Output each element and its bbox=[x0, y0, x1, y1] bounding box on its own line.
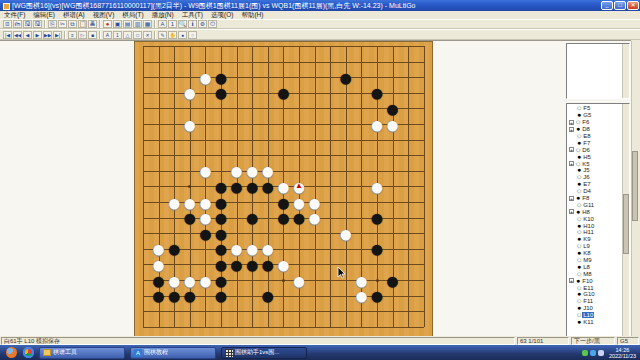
zoom-icon[interactable]: 🔍 bbox=[178, 20, 187, 28]
white-stone-D16[interactable]: ● bbox=[182, 85, 198, 101]
move-label: H10 bbox=[582, 223, 595, 229]
navigation-toolbar: |◀◀◀◀▶▶▶▶|≡▷■A1△□✕✎✋●○ bbox=[0, 29, 640, 40]
menu-item-5[interactable]: 播放(N) bbox=[152, 11, 174, 19]
board-cascade-icon[interactable]: ▤ bbox=[123, 20, 132, 28]
move-label: E7 bbox=[582, 181, 591, 187]
white-stone-icon: ● bbox=[576, 147, 580, 153]
move-tree-item-G10[interactable]: ●G10 bbox=[567, 291, 623, 298]
black-stone-Q16[interactable]: ● bbox=[369, 85, 385, 101]
taskbar-button-0[interactable]: 棋谱工具 bbox=[39, 347, 125, 359]
status-next-player: 下一步/黑 bbox=[571, 337, 615, 345]
board-tile-icon[interactable]: ▥ bbox=[133, 20, 142, 28]
move-tree-item-F11[interactable]: ●F11 bbox=[567, 298, 623, 305]
tree-expander-icon[interactable]: + bbox=[569, 278, 574, 283]
toolbar-separator bbox=[154, 31, 156, 39]
move-label: J5 bbox=[582, 167, 590, 173]
window-scrollbar[interactable] bbox=[631, 41, 639, 337]
stop-icon[interactable]: ■ bbox=[88, 31, 97, 39]
move-label: L8 bbox=[582, 264, 591, 270]
white-stone-E11[interactable]: ● bbox=[197, 163, 213, 179]
tray-network-icon[interactable] bbox=[598, 350, 604, 356]
clock-date: 2022/11/23 bbox=[609, 353, 636, 359]
menu-item-4[interactable]: 棋局(T) bbox=[122, 11, 143, 19]
taskbar-button-label: 围棋助手1vs围... bbox=[235, 348, 279, 357]
grid-line-vertical bbox=[408, 46, 409, 327]
first-move-icon[interactable]: |◀ bbox=[3, 31, 12, 39]
black-stone-D8[interactable]: ● bbox=[182, 210, 198, 226]
black-stone-F16[interactable]: ● bbox=[213, 85, 229, 101]
toolbar-separator bbox=[99, 31, 101, 39]
tray-blue-status-icon[interactable] bbox=[590, 350, 596, 356]
black-stone-icon: ● bbox=[576, 209, 580, 215]
move-label: H8 bbox=[581, 209, 591, 215]
client-area: ●●●●●●●●●●●●●●●●●●●●●▲●●●●●●●●●●●●●●●●●●… bbox=[0, 40, 631, 336]
play-icon[interactable]: ▷ bbox=[78, 31, 87, 39]
back-1-icon[interactable]: ◀ bbox=[23, 31, 32, 39]
move-label: G10 bbox=[582, 291, 595, 297]
main-toolbar: 🗎🗁🖫🖫⎘✂⧉📋🖶●▣▤▥▦A1🔍ℹ⚙⏻ bbox=[0, 19, 640, 29]
move-tree-item-E8[interactable]: ●E8 bbox=[567, 133, 623, 140]
mark-letter-a-icon[interactable]: A bbox=[103, 31, 112, 39]
board-full-icon[interactable]: ▦ bbox=[143, 20, 152, 28]
move-tree-item-K11[interactable]: ●K11 bbox=[567, 319, 623, 326]
last-move-icon[interactable]: ▶| bbox=[53, 31, 62, 39]
black-stone-H10[interactable]: ● bbox=[244, 179, 260, 195]
grid-line-horizontal bbox=[143, 233, 424, 234]
menu-item-1[interactable]: 编辑(E) bbox=[33, 11, 55, 19]
white-stone-tool-icon[interactable]: ○ bbox=[188, 31, 197, 39]
tree-expander-icon[interactable]: + bbox=[569, 196, 574, 201]
status-bar: 白61手 L10 模拟保存 63 1/101 下一步/黑 G5 bbox=[0, 336, 640, 345]
window-controls: _ □ ✕ bbox=[601, 1, 639, 10]
move-label: D4 bbox=[582, 188, 592, 194]
toolbar-separator bbox=[99, 20, 101, 28]
window-scrollbar-thumb[interactable] bbox=[632, 151, 638, 221]
black-stone-C3[interactable]: ● bbox=[166, 288, 182, 304]
move-label: M8 bbox=[582, 271, 592, 277]
move-label: K9 bbox=[582, 236, 591, 242]
mark-number-1-icon[interactable]: 1 bbox=[113, 31, 122, 39]
move-tree-item-L10[interactable]: ●L10 bbox=[567, 312, 623, 319]
move-tree-item-J6[interactable]: ●J6 bbox=[567, 174, 623, 181]
exit-icon[interactable]: ⏻ bbox=[208, 20, 217, 28]
move-label: K5 bbox=[581, 161, 590, 167]
black-stone-Q6[interactable]: ● bbox=[369, 241, 385, 257]
black-stone-B3[interactable]: ● bbox=[151, 288, 167, 304]
black-stone-D3[interactable]: ● bbox=[182, 288, 198, 304]
move-tree-item-D8[interactable]: +●D8 bbox=[567, 126, 623, 133]
setup-icon[interactable]: ⚙ bbox=[198, 20, 207, 28]
move-label: L9 bbox=[582, 243, 591, 249]
maximize-button[interactable]: □ bbox=[614, 1, 626, 10]
menu-item-7[interactable]: 选项(O) bbox=[211, 11, 233, 19]
move-label: F7 bbox=[582, 140, 591, 146]
black-stone-F3[interactable]: ● bbox=[213, 288, 229, 304]
move-label: F8 bbox=[581, 195, 590, 201]
black-stone-K16[interactable]: ● bbox=[275, 85, 291, 101]
go-board[interactable]: ●●●●●●●●●●●●●●●●●●●●●▲●●●●●●●●●●●●●●●●●●… bbox=[134, 41, 433, 342]
black-stone-E7[interactable]: ● bbox=[197, 226, 213, 242]
title-bar: [WG围棋16](vs)[WG围棋1687716110000117](黑2目半)… bbox=[0, 0, 640, 11]
open-file-icon[interactable]: 🗁 bbox=[13, 20, 22, 28]
star-point bbox=[188, 185, 191, 188]
black-stone-C6[interactable]: ● bbox=[166, 241, 182, 257]
back-10-icon[interactable]: ◀◀ bbox=[13, 31, 22, 39]
mark-number-icon[interactable]: 1 bbox=[168, 20, 177, 28]
toolbar-separator bbox=[64, 31, 66, 39]
grid-line-horizontal bbox=[143, 311, 424, 312]
close-button[interactable]: ✕ bbox=[627, 1, 639, 10]
move-tree-item-H10[interactable]: ●H10 bbox=[567, 222, 623, 229]
forward-10-icon[interactable]: ▶▶ bbox=[43, 31, 52, 39]
go-board-icon bbox=[225, 349, 233, 357]
black-stone-Q3[interactable]: ● bbox=[369, 288, 385, 304]
firefox-icon[interactable] bbox=[6, 347, 17, 358]
move-label: D8 bbox=[581, 126, 591, 132]
move-label: H5 bbox=[582, 154, 592, 160]
white-stone-icon: ● bbox=[577, 216, 581, 222]
minimize-button[interactable]: _ bbox=[601, 1, 613, 10]
board-new-window-icon[interactable]: ▣ bbox=[113, 20, 122, 28]
mouse-cursor bbox=[337, 266, 346, 279]
tree-scrollbar-vertical[interactable] bbox=[622, 104, 629, 360]
move-tree-item-F5[interactable]: ●F5 bbox=[567, 105, 623, 112]
white-stone-C9[interactable]: ● bbox=[166, 195, 182, 211]
white-stone-Q14[interactable]: ● bbox=[369, 117, 385, 133]
white-stone-R14[interactable]: ● bbox=[385, 117, 401, 133]
grid-line-vertical bbox=[315, 46, 316, 327]
move-tree-pane[interactable]: ●F5●G5+●F6+●D8●E8●F7+●D6●H5+●K5●J5●J6●E7… bbox=[566, 103, 630, 360]
black-stone-icon: ● bbox=[577, 154, 581, 160]
black-stone-R4[interactable]: ● bbox=[385, 273, 401, 289]
black-stone-K8[interactable]: ● bbox=[275, 210, 291, 226]
tree-expander-icon[interactable]: + bbox=[569, 209, 574, 214]
black-stone-icon: ● bbox=[577, 140, 581, 146]
move-label: L10 bbox=[582, 312, 594, 318]
taskbar-clock[interactable]: 14:26 2022/11/23 bbox=[609, 347, 636, 359]
new-file-icon[interactable]: 🗎 bbox=[3, 20, 12, 28]
black-stone-G5[interactable]: ● bbox=[229, 257, 245, 273]
move-label: K11 bbox=[582, 319, 594, 325]
move-label: K10 bbox=[582, 216, 595, 222]
tree-expander-icon[interactable]: + bbox=[569, 120, 574, 125]
save-as-icon[interactable]: 🖫 bbox=[33, 20, 42, 28]
grid-line-vertical bbox=[330, 46, 331, 327]
white-stone-icon: ● bbox=[577, 271, 581, 277]
move-label: E8 bbox=[582, 133, 591, 139]
app-icon bbox=[3, 3, 10, 10]
tray-green-status-icon[interactable] bbox=[582, 350, 588, 356]
move-tree-item-D6[interactable]: +●D6 bbox=[567, 146, 623, 153]
white-stone-D14[interactable]: ● bbox=[182, 117, 198, 133]
game-info-pane[interactable] bbox=[566, 43, 630, 99]
move-tree-item-L9[interactable]: ●L9 bbox=[567, 243, 623, 250]
move-label: F6 bbox=[581, 119, 590, 125]
export-icon[interactable]: ⎘ bbox=[48, 20, 57, 28]
move-tree-item-L8[interactable]: ●L8 bbox=[567, 263, 623, 270]
pass-icon[interactable]: ≡ bbox=[68, 31, 77, 39]
taskbar-button-1[interactable]: A围棋教程 bbox=[130, 347, 216, 359]
grid-line-horizontal bbox=[143, 327, 424, 328]
black-stone-J5[interactable]: ● bbox=[260, 257, 276, 273]
move-tree-item-M9[interactable]: ●M9 bbox=[567, 257, 623, 264]
white-stone-Q10[interactable]: ● bbox=[369, 179, 385, 195]
black-stone-L8[interactable]: ● bbox=[291, 210, 307, 226]
move-label: J6 bbox=[582, 174, 590, 180]
hand-tool-icon[interactable]: ✋ bbox=[168, 31, 177, 39]
move-label: K8 bbox=[582, 250, 591, 256]
toolbar-separator bbox=[44, 20, 46, 28]
mark-square-icon[interactable]: □ bbox=[133, 31, 142, 39]
white-stone-K5[interactable]: ● bbox=[275, 257, 291, 273]
black-stone-H8[interactable]: ● bbox=[244, 210, 260, 226]
mark-cross-icon[interactable]: ✕ bbox=[143, 31, 152, 39]
window-title: [WG围棋16](vs)[WG围棋1687716110000117](黑2目半)… bbox=[12, 2, 416, 9]
tree-scrollbar-thumb[interactable] bbox=[623, 194, 629, 254]
move-tree-item-K9[interactable]: ●K9 bbox=[567, 236, 623, 243]
menu-item-2[interactable]: 棋谱(A) bbox=[63, 11, 85, 19]
cut-icon[interactable]: ✂ bbox=[58, 20, 67, 28]
menu-bar: 文件(F)编辑(E)棋谱(A)视图(V)棋局(T)播放(N)工具(T)选项(O)… bbox=[0, 11, 640, 19]
move-label: M9 bbox=[582, 257, 592, 263]
menu-item-3[interactable]: 视图(V) bbox=[93, 11, 115, 19]
taskbar-button-2[interactable]: 围棋助手1vs围... bbox=[221, 347, 307, 359]
move-label: J10 bbox=[582, 305, 594, 311]
move-tree-item-E11[interactable]: ●E11 bbox=[567, 284, 623, 291]
tree-expander-icon[interactable]: + bbox=[569, 161, 574, 166]
move-tree-item-H11[interactable]: ●H11 bbox=[567, 229, 623, 236]
black-stone-icon: ● bbox=[577, 319, 581, 325]
black-stone-J10[interactable]: ● bbox=[260, 179, 276, 195]
print-icon[interactable]: 🖶 bbox=[88, 20, 97, 28]
black-stone-Q8[interactable]: ● bbox=[369, 210, 385, 226]
status-move-count: 63 1/101 bbox=[517, 337, 569, 345]
white-stone-L4[interactable]: ● bbox=[291, 273, 307, 289]
tree-expander-icon[interactable]: + bbox=[569, 127, 574, 132]
move-label: F10 bbox=[581, 278, 593, 284]
save-file-icon[interactable]: 🖫 bbox=[23, 20, 32, 28]
black-stone-O17[interactable]: ● bbox=[338, 70, 354, 86]
black-stone-G10[interactable]: ● bbox=[229, 179, 245, 195]
menu-item-0[interactable]: 文件(F) bbox=[4, 11, 25, 19]
taskbar-button-label: 棋谱工具 bbox=[53, 348, 77, 357]
move-label: F5 bbox=[582, 105, 591, 111]
move-tree-item-H8[interactable]: +●H8 bbox=[567, 208, 623, 215]
red-ball-icon[interactable]: ● bbox=[103, 20, 112, 28]
black-stone-J3[interactable]: ● bbox=[260, 288, 276, 304]
edit-pencil-icon[interactable]: ✎ bbox=[158, 31, 167, 39]
move-label: G5 bbox=[582, 112, 592, 118]
white-stone-O7[interactable]: ● bbox=[338, 226, 354, 242]
copy-icon[interactable]: ⧉ bbox=[68, 20, 77, 28]
menu-item-8[interactable]: 帮助(H) bbox=[241, 11, 263, 19]
move-tree-item-K5[interactable]: +●K5 bbox=[567, 160, 623, 167]
move-tree-item-F10[interactable]: +●F10 bbox=[567, 277, 623, 284]
mark-letter-icon[interactable]: A bbox=[158, 20, 167, 28]
system-tray: 14:26 2022/11/23 bbox=[582, 347, 640, 359]
white-stone-E4[interactable]: ● bbox=[197, 273, 213, 289]
chrome-icon[interactable] bbox=[23, 347, 34, 358]
move-tree-item-K10[interactable]: ●K10 bbox=[567, 215, 623, 222]
move-tree-item-J10[interactable]: ●J10 bbox=[567, 305, 623, 312]
mark-triangle-icon[interactable]: △ bbox=[123, 31, 132, 39]
game-info-icon[interactable]: ℹ bbox=[188, 20, 197, 28]
move-label: E11 bbox=[582, 285, 594, 291]
black-stone-H5[interactable]: ● bbox=[244, 257, 260, 273]
tree-expander-icon[interactable]: + bbox=[569, 147, 574, 152]
black-stone-tool-icon[interactable]: ● bbox=[178, 31, 187, 39]
move-tree-item-E7[interactable]: ●E7 bbox=[567, 181, 623, 188]
move-tree-item-K8[interactable]: ●K8 bbox=[567, 250, 623, 257]
white-stone-P3[interactable]: ● bbox=[353, 288, 369, 304]
menu-item-6[interactable]: 工具(T) bbox=[182, 11, 203, 19]
taskbar: 棋谱工具A围棋教程围棋助手1vs围... 14:26 2022/11/23 bbox=[0, 345, 640, 360]
status-message: 白61手 L10 模拟保存 bbox=[1, 337, 515, 345]
move-tree-item-F8[interactable]: +●F8 bbox=[567, 195, 623, 202]
toolbar-separator bbox=[154, 20, 156, 28]
taskbar-button-label: 围棋教程 bbox=[144, 348, 168, 357]
move-label: H11 bbox=[582, 229, 595, 235]
status-coordinate: G5 bbox=[617, 337, 639, 345]
move-label: G11 bbox=[582, 202, 595, 208]
folder-icon bbox=[43, 349, 51, 356]
move-label: F11 bbox=[582, 298, 594, 304]
white-stone-E17[interactable]: ● bbox=[197, 70, 213, 86]
white-stone-M8[interactable]: ● bbox=[307, 210, 323, 226]
forward-1-icon[interactable]: ▶ bbox=[33, 31, 42, 39]
move-tree-item-J5[interactable]: ●J5 bbox=[567, 167, 623, 174]
black-stone-icon: ● bbox=[576, 278, 580, 284]
white-stone-icon: ● bbox=[577, 202, 581, 208]
star-point bbox=[376, 279, 379, 282]
info-pane-scrollbar[interactable] bbox=[622, 44, 629, 98]
paste-icon[interactable]: 📋 bbox=[78, 20, 87, 28]
move-label: D6 bbox=[581, 147, 591, 153]
star-point bbox=[282, 279, 285, 282]
grid-line-vertical bbox=[424, 46, 425, 327]
letter-a-icon: A bbox=[134, 349, 142, 357]
